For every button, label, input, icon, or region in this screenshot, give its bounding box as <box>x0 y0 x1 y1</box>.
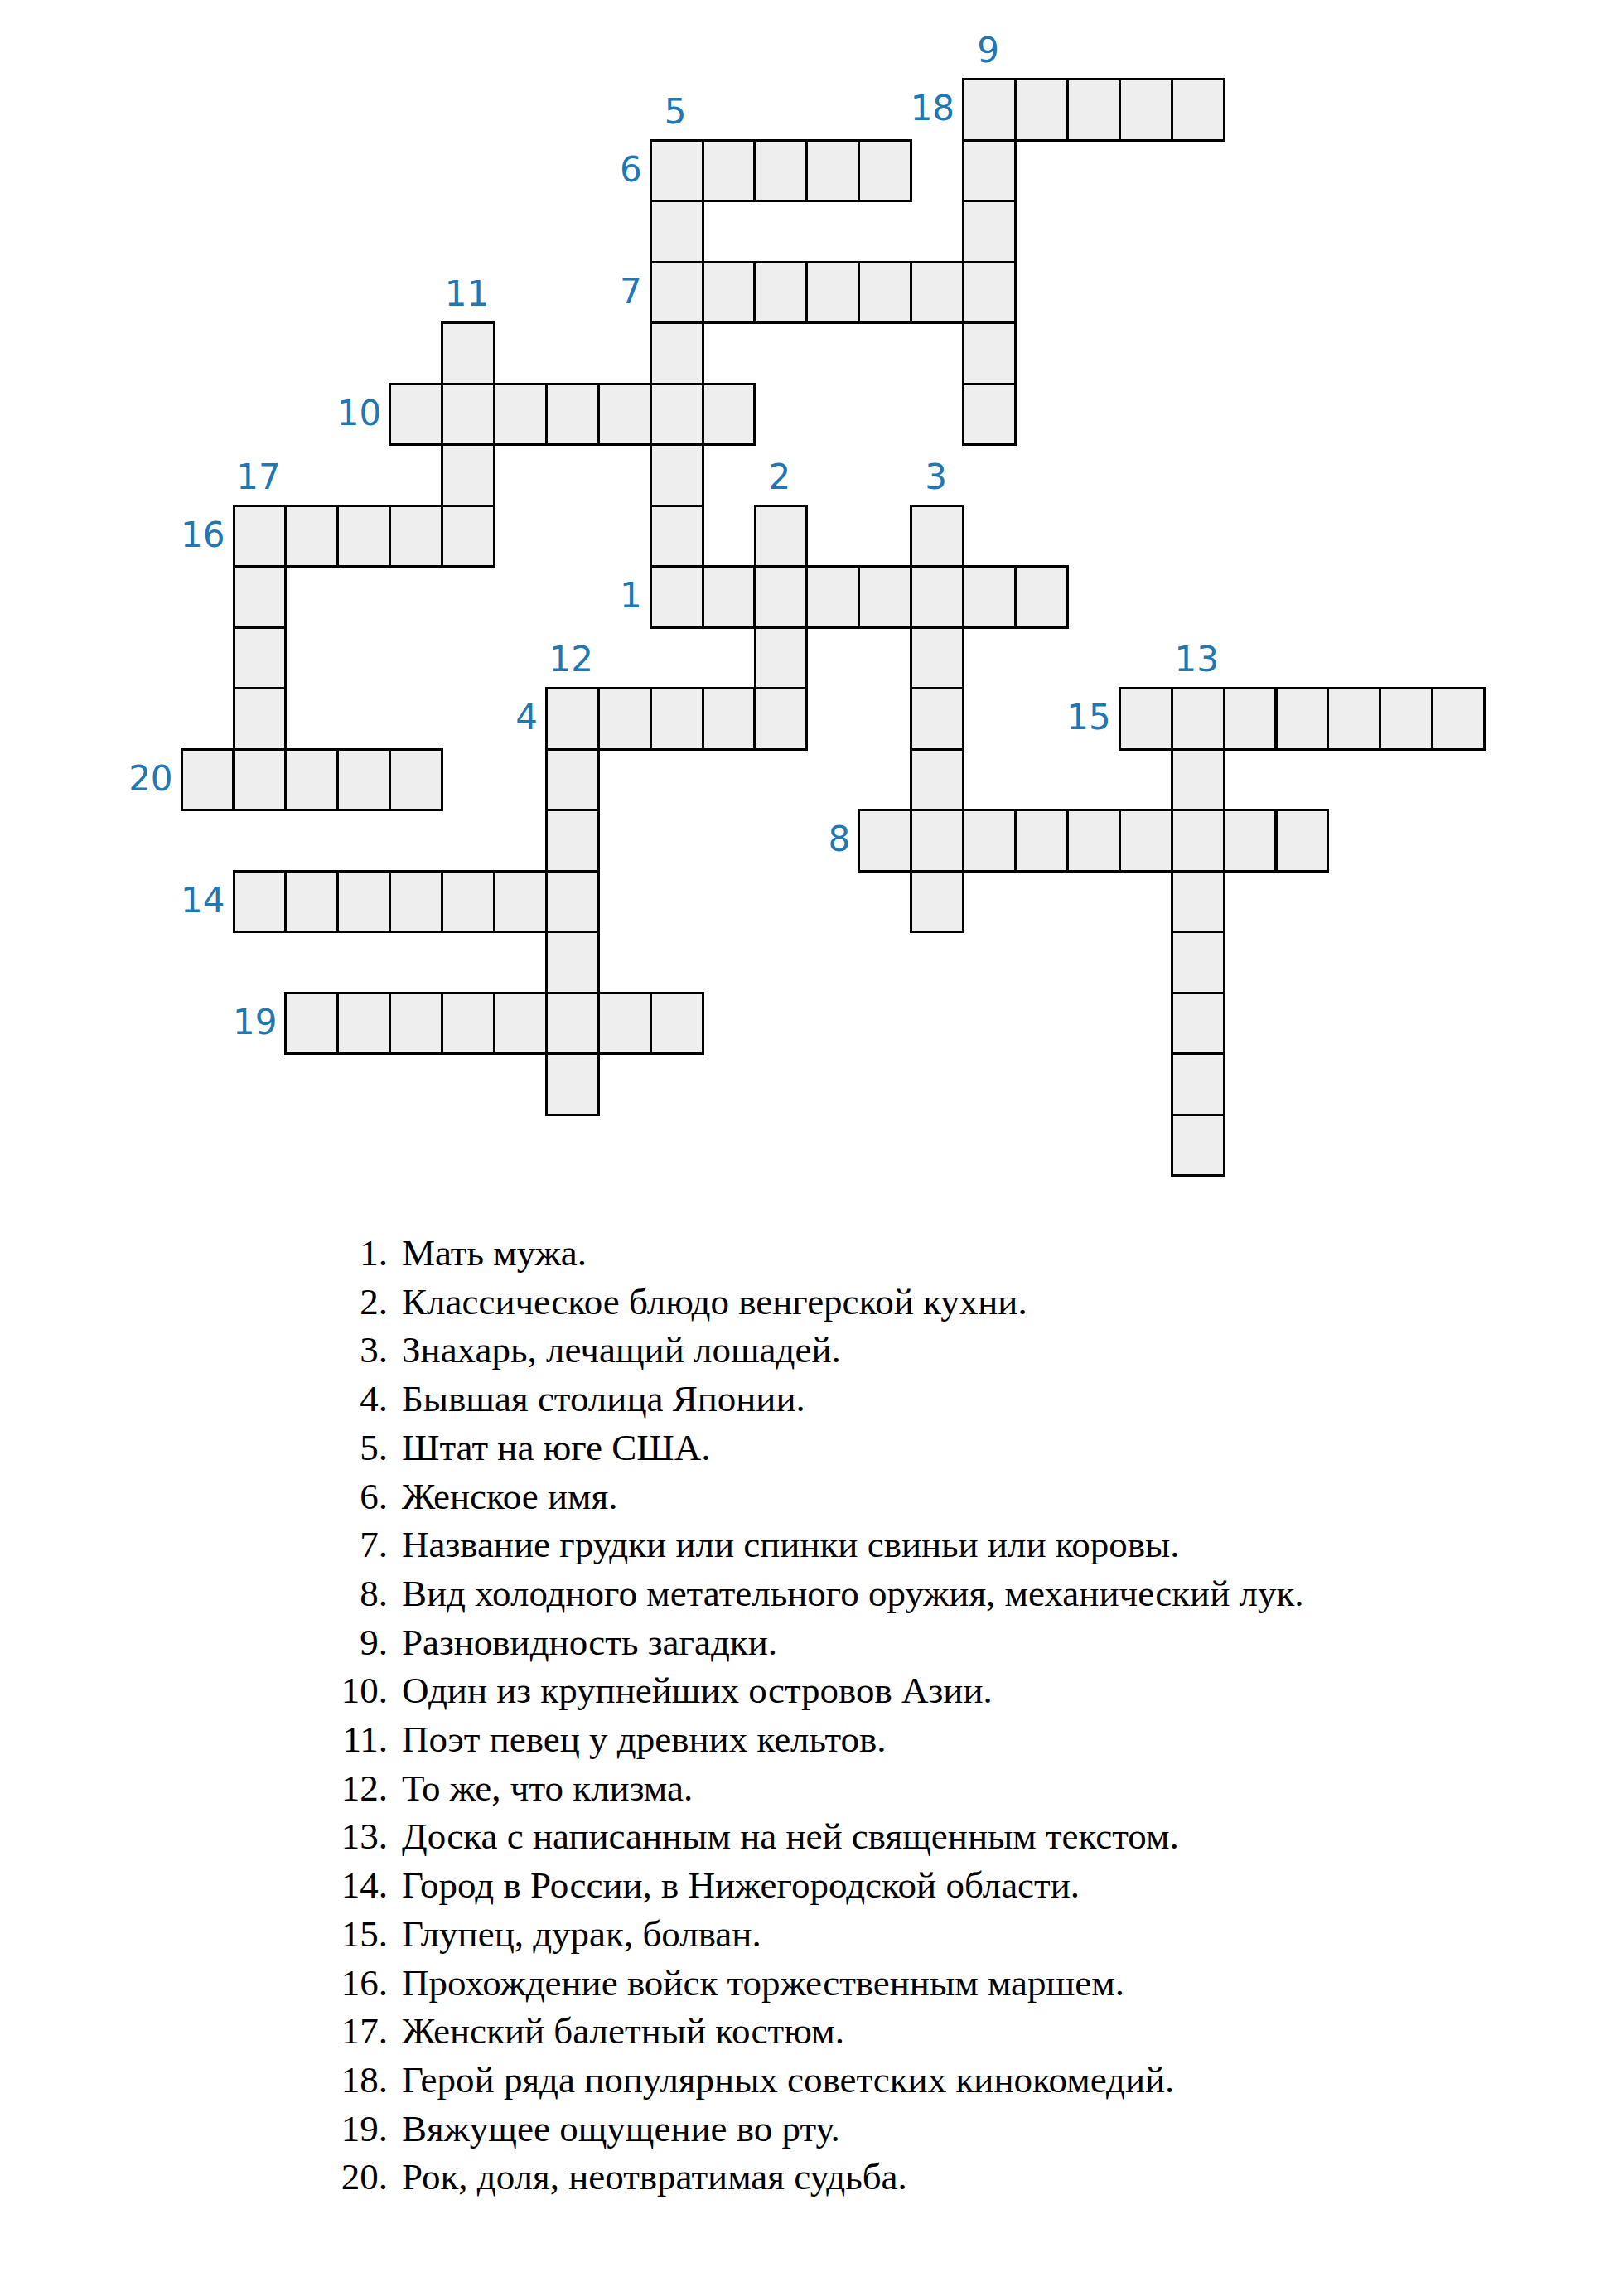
cell-r1-c13[interactable] <box>858 139 912 203</box>
cell-r11-c3[interactable] <box>336 748 391 812</box>
word-label-1-across: 1 <box>526 578 642 613</box>
clue-number-13: 13. <box>0 1812 388 1861</box>
cell-r5-c15[interactable] <box>962 383 1017 447</box>
cell-r13-c14[interactable] <box>910 870 964 934</box>
word-label-8-across: 8 <box>734 822 850 857</box>
cell-r17-c19[interactable] <box>1171 1114 1225 1177</box>
word-label-11-down: 11 <box>409 277 525 312</box>
cell-r12-c14[interactable] <box>910 809 964 873</box>
clue-item-7: 7.Название грудки или спинки свиньи или … <box>0 1520 1450 1569</box>
clue-number-18: 18. <box>0 2056 388 2105</box>
cell-r8-c14[interactable] <box>910 565 964 629</box>
clue-item-2: 2.Классическое блюдо венгерской кухни. <box>0 1278 1450 1327</box>
cell-r13-c3[interactable] <box>336 870 391 934</box>
word-label-4-across: 4 <box>422 700 538 735</box>
clue-text-6: Женское имя. <box>388 1472 617 1521</box>
clue-number-5: 5. <box>0 1424 388 1472</box>
clue-item-16: 16.Прохождение войск торжественным марше… <box>0 1959 1450 2008</box>
cell-r0-c17[interactable] <box>1066 78 1121 142</box>
cell-r5-c7[interactable] <box>545 383 600 447</box>
clue-number-7: 7. <box>0 1520 388 1569</box>
cell-r10-c10[interactable] <box>702 687 756 751</box>
cell-r15-c3[interactable] <box>336 992 391 1056</box>
cell-r10-c11[interactable] <box>754 687 809 751</box>
clue-item-18: 18.Герой ряда популярных советских кинок… <box>0 2056 1450 2105</box>
cell-r16-c19[interactable] <box>1171 1052 1225 1116</box>
clue-text-2: Классическое блюдо венгерской кухни. <box>388 1278 1027 1327</box>
cell-r3-c13[interactable] <box>858 261 912 325</box>
cell-r0-c16[interactable] <box>1014 78 1069 142</box>
clue-item-10: 10.Один из крупнейших островов Азии. <box>0 1666 1450 1715</box>
cell-r9-c1[interactable] <box>233 626 288 690</box>
cell-r13-c7[interactable] <box>545 870 600 934</box>
cell-r5-c6[interactable] <box>493 383 548 447</box>
cell-r4-c9[interactable] <box>650 321 704 385</box>
cell-r10-c8[interactable] <box>597 687 652 751</box>
clue-text-8: Вид холодного метательного оружия, механ… <box>388 1569 1304 1618</box>
cell-r5-c9[interactable] <box>650 383 704 447</box>
cell-r12-c13[interactable] <box>858 809 912 873</box>
cell-r8-c12[interactable] <box>805 565 860 629</box>
word-label-14-across: 14 <box>109 883 225 918</box>
clue-item-15: 15.Глупец, дурак, болван. <box>0 1910 1450 1959</box>
cell-r10-c22[interactable] <box>1327 687 1381 751</box>
clue-item-19: 19.Вяжущее ощущение во рту. <box>0 2105 1450 2154</box>
word-label-17-down: 17 <box>201 460 317 495</box>
word-label-18-across: 18 <box>839 91 955 126</box>
clue-text-5: Штат на юге США. <box>388 1424 711 1472</box>
cell-r16-c7[interactable] <box>545 1052 600 1116</box>
cell-r3-c11[interactable] <box>754 261 809 325</box>
cell-r11-c14[interactable] <box>910 748 964 812</box>
clue-text-19: Вяжущее ощущение во рту. <box>388 2105 840 2154</box>
cell-r11-c7[interactable] <box>545 748 600 812</box>
cell-r15-c5[interactable] <box>441 992 495 1056</box>
cell-r14-c19[interactable] <box>1171 931 1225 994</box>
cell-r12-c15[interactable] <box>962 809 1017 873</box>
cell-r8-c13[interactable] <box>858 565 912 629</box>
cell-r12-c21[interactable] <box>1275 809 1330 873</box>
clue-item-13: 13.Доска с написанным на ней священным т… <box>0 1812 1450 1861</box>
cell-r13-c5[interactable] <box>441 870 495 934</box>
cell-r0-c15[interactable] <box>962 78 1017 142</box>
cell-r12-c20[interactable] <box>1223 809 1278 873</box>
word-label-16-across: 16 <box>109 518 225 553</box>
cell-r10-c24[interactable] <box>1431 687 1486 751</box>
clue-number-11: 11. <box>0 1715 388 1764</box>
cell-r10-c21[interactable] <box>1275 687 1330 751</box>
cell-r10-c20[interactable] <box>1223 687 1278 751</box>
cell-r9-c11[interactable] <box>754 626 809 690</box>
clue-text-9: Разновидность загадки. <box>388 1618 777 1667</box>
cell-r1-c11[interactable] <box>754 139 809 203</box>
cell-r15-c19[interactable] <box>1171 992 1225 1056</box>
cell-r13-c4[interactable] <box>389 870 443 934</box>
clue-item-14: 14.Город в России, в Нижегородской облас… <box>0 1861 1450 1910</box>
clue-text-7: Название грудки или спинки свиньи или ко… <box>388 1520 1180 1569</box>
clue-number-9: 9. <box>0 1618 388 1667</box>
cell-r5-c4[interactable] <box>389 383 443 447</box>
cell-r11-c4[interactable] <box>389 748 443 812</box>
cell-r7-c5[interactable] <box>441 505 495 568</box>
clue-number-19: 19. <box>0 2105 388 2154</box>
cell-r3-c10[interactable] <box>702 261 756 325</box>
clue-number-16: 16. <box>0 1959 388 2008</box>
clue-item-5: 5.Штат на юге США. <box>0 1424 1450 1472</box>
cell-r8-c15[interactable] <box>962 565 1017 629</box>
cell-r11-c2[interactable] <box>284 748 339 812</box>
clue-number-12: 12. <box>0 1764 388 1813</box>
clue-text-14: Город в России, в Нижегородской области. <box>388 1861 1080 1910</box>
word-label-5-down: 5 <box>617 94 733 129</box>
cell-r15-c8[interactable] <box>597 992 652 1056</box>
cell-r8-c9[interactable] <box>650 565 704 629</box>
clue-number-8: 8. <box>0 1569 388 1618</box>
word-label-13-down: 13 <box>1138 642 1254 677</box>
clue-number-3: 3. <box>0 1326 388 1375</box>
clue-text-16: Прохождение войск торжественным маршем. <box>388 1959 1124 2008</box>
cell-r13-c2[interactable] <box>284 870 339 934</box>
clue-item-17: 17.Женский балетный костюм. <box>0 2007 1450 2056</box>
cell-r11-c19[interactable] <box>1171 748 1225 812</box>
cell-r2-c15[interactable] <box>962 200 1017 263</box>
cell-r5-c8[interactable] <box>597 383 652 447</box>
cell-r12-c18[interactable] <box>1119 809 1173 873</box>
cell-r3-c12[interactable] <box>805 261 860 325</box>
word-label-19-across: 19 <box>161 1005 277 1040</box>
cell-r1-c9[interactable] <box>650 139 704 203</box>
clue-number-4: 4. <box>0 1375 388 1424</box>
cell-r15-c7[interactable] <box>545 992 600 1056</box>
clue-number-6: 6. <box>0 1472 388 1521</box>
cell-r0-c18[interactable] <box>1119 78 1173 142</box>
cell-r15-c2[interactable] <box>284 992 339 1056</box>
cell-r0-c19[interactable] <box>1171 78 1225 142</box>
cell-r5-c10[interactable] <box>702 383 756 447</box>
cell-r12-c16[interactable] <box>1014 809 1069 873</box>
cell-r7-c14[interactable] <box>910 505 964 568</box>
cell-r13-c19[interactable] <box>1171 870 1225 934</box>
cell-r7-c3[interactable] <box>336 505 391 568</box>
clue-item-4: 4.Бывшая столица Японии. <box>0 1375 1450 1424</box>
cell-r14-c7[interactable] <box>545 931 600 994</box>
word-label-7-across: 7 <box>526 274 642 309</box>
page: 1234567891011121314151617181920 1.Мать м… <box>0 0 1624 2277</box>
clue-item-9: 9.Разновидность загадки. <box>0 1618 1450 1667</box>
clue-text-11: Поэт певец у древних кельтов. <box>388 1715 886 1764</box>
cell-r10-c18[interactable] <box>1119 687 1173 751</box>
cell-r7-c2[interactable] <box>284 505 339 568</box>
clue-item-6: 6.Женское имя. <box>0 1472 1450 1521</box>
cell-r12-c7[interactable] <box>545 809 600 873</box>
clue-text-1: Мать мужа. <box>388 1229 587 1278</box>
clue-text-13: Доска с написанным на ней священным текс… <box>388 1812 1179 1861</box>
cell-r7-c9[interactable] <box>650 505 704 568</box>
clue-text-15: Глупец, дурак, болван. <box>388 1910 761 1959</box>
clue-text-10: Один из крупнейших островов Азии. <box>388 1666 993 1715</box>
clue-text-12: То же, что клизма. <box>388 1764 693 1813</box>
cell-r10-c1[interactable] <box>233 687 288 751</box>
word-label-20-across: 20 <box>57 761 173 796</box>
cell-r9-c14[interactable] <box>910 626 964 690</box>
cell-r3-c15[interactable] <box>962 261 1017 325</box>
clue-number-20: 20. <box>0 2153 388 2202</box>
cell-r10-c7[interactable] <box>545 687 600 751</box>
cell-r8-c10[interactable] <box>702 565 756 629</box>
clue-number-14: 14. <box>0 1861 388 1910</box>
clue-number-17: 17. <box>0 2007 388 2056</box>
clue-item-11: 11.Поэт певец у древних кельтов. <box>0 1715 1450 1764</box>
clue-item-20: 20.Рок, доля, неотвратимая судьба. <box>0 2153 1450 2202</box>
word-label-15-across: 15 <box>995 700 1111 735</box>
clue-text-4: Бывшая столица Японии. <box>388 1375 805 1424</box>
cell-r8-c1[interactable] <box>233 565 288 629</box>
cell-r12-c19[interactable] <box>1171 809 1225 873</box>
cell-r10-c19[interactable] <box>1171 687 1225 751</box>
cell-r1-c12[interactable] <box>805 139 860 203</box>
cell-r8-c11[interactable] <box>754 565 809 629</box>
cell-r10-c14[interactable] <box>910 687 964 751</box>
cell-r15-c6[interactable] <box>493 992 548 1056</box>
clue-number-10: 10. <box>0 1666 388 1715</box>
cell-r10-c23[interactable] <box>1379 687 1433 751</box>
clue-number-2: 2. <box>0 1278 388 1327</box>
clue-number-15: 15. <box>0 1910 388 1959</box>
cell-r15-c9[interactable] <box>650 992 704 1056</box>
cell-r1-c15[interactable] <box>962 139 1017 203</box>
clue-text-17: Женский балетный костюм. <box>388 2007 844 2056</box>
cell-r1-c10[interactable] <box>702 139 756 203</box>
clue-list: 1.Мать мужа.2.Классическое блюдо венгерс… <box>0 1229 1450 2202</box>
cell-r8-c16[interactable] <box>1014 565 1069 629</box>
cell-r13-c1[interactable] <box>233 870 288 934</box>
cell-r6-c5[interactable] <box>441 443 495 507</box>
cell-r5-c5[interactable] <box>441 383 495 447</box>
clue-text-20: Рок, доля, неотвратимая судьба. <box>388 2153 907 2202</box>
clue-number-1: 1. <box>0 1229 388 1278</box>
word-label-6-across: 6 <box>526 152 642 187</box>
cell-r10-c9[interactable] <box>650 687 704 751</box>
clue-item-12: 12.То же, что клизма. <box>0 1764 1450 1813</box>
cell-r4-c15[interactable] <box>962 321 1017 385</box>
cell-r2-c9[interactable] <box>650 200 704 263</box>
word-label-9-down: 9 <box>930 33 1046 68</box>
clue-item-8: 8.Вид холодного метательного оружия, мех… <box>0 1569 1450 1618</box>
cell-r6-c9[interactable] <box>650 443 704 507</box>
word-label-3-down: 3 <box>878 460 994 495</box>
clue-item-1: 1.Мать мужа. <box>0 1229 1450 1278</box>
word-label-12-down: 12 <box>513 642 629 677</box>
cell-r11-c0[interactable] <box>181 748 235 812</box>
cell-r7-c4[interactable] <box>389 505 443 568</box>
cell-r3-c9[interactable] <box>650 261 704 325</box>
cell-r7-c11[interactable] <box>754 505 809 568</box>
cell-r3-c14[interactable] <box>910 261 964 325</box>
clue-item-3: 3.Знахарь, лечащий лошадей. <box>0 1326 1450 1375</box>
clue-text-3: Знахарь, лечащий лошадей. <box>388 1326 841 1375</box>
cell-r11-c1[interactable] <box>233 748 288 812</box>
word-label-2-down: 2 <box>722 460 838 495</box>
word-label-10-across: 10 <box>265 396 381 431</box>
cell-r12-c17[interactable] <box>1066 809 1121 873</box>
cell-r7-c1[interactable] <box>233 505 288 568</box>
cell-r15-c4[interactable] <box>389 992 443 1056</box>
clue-text-18: Герой ряда популярных советских кинокоме… <box>388 2056 1174 2105</box>
cell-r13-c6[interactable] <box>493 870 548 934</box>
cell-r4-c5[interactable] <box>441 321 495 385</box>
